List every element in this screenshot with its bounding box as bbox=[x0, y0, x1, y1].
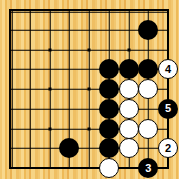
black-stone bbox=[99, 59, 119, 79]
intersection[interactable] bbox=[138, 138, 158, 158]
intersection[interactable]: 3 bbox=[138, 158, 158, 178]
intersection[interactable] bbox=[99, 59, 119, 79]
intersection[interactable] bbox=[158, 0, 178, 20]
intersection[interactable] bbox=[20, 0, 40, 20]
intersection[interactable] bbox=[138, 99, 158, 119]
intersection[interactable] bbox=[99, 20, 119, 40]
intersection[interactable] bbox=[0, 119, 20, 139]
intersection[interactable] bbox=[59, 79, 79, 99]
intersection[interactable] bbox=[40, 79, 60, 99]
white-stone bbox=[119, 79, 139, 99]
white-stone bbox=[119, 99, 139, 119]
intersection[interactable] bbox=[79, 40, 99, 60]
intersection[interactable] bbox=[79, 0, 99, 20]
intersection[interactable] bbox=[40, 158, 60, 178]
intersection[interactable] bbox=[99, 79, 119, 99]
intersection[interactable] bbox=[79, 119, 99, 139]
white-stone-move-4: 4 bbox=[158, 59, 178, 79]
intersection[interactable] bbox=[20, 59, 40, 79]
star-point bbox=[88, 88, 91, 91]
intersection[interactable] bbox=[40, 119, 60, 139]
intersection[interactable] bbox=[0, 158, 20, 178]
intersection[interactable] bbox=[59, 40, 79, 60]
intersection[interactable] bbox=[158, 20, 178, 40]
intersection[interactable] bbox=[20, 138, 40, 158]
intersection[interactable] bbox=[20, 20, 40, 40]
intersection[interactable] bbox=[79, 59, 99, 79]
intersection[interactable] bbox=[158, 158, 178, 178]
intersection[interactable] bbox=[0, 40, 20, 60]
intersection[interactable] bbox=[40, 20, 60, 40]
intersection[interactable] bbox=[59, 138, 79, 158]
black-stone bbox=[99, 99, 119, 119]
intersection[interactable] bbox=[138, 79, 158, 99]
intersection[interactable] bbox=[20, 119, 40, 139]
intersection[interactable] bbox=[20, 79, 40, 99]
white-stone bbox=[138, 79, 158, 99]
black-stone bbox=[138, 59, 158, 79]
intersection[interactable] bbox=[40, 40, 60, 60]
intersection[interactable] bbox=[99, 138, 119, 158]
intersection[interactable] bbox=[40, 99, 60, 119]
white-stone-move-2: 2 bbox=[158, 138, 178, 158]
white-stone bbox=[138, 119, 158, 139]
intersection[interactable] bbox=[158, 79, 178, 99]
black-stone-move-5: 5 bbox=[158, 99, 178, 119]
intersection[interactable] bbox=[40, 138, 60, 158]
intersection[interactable] bbox=[99, 119, 119, 139]
intersection[interactable] bbox=[59, 0, 79, 20]
intersection[interactable] bbox=[0, 0, 20, 20]
intersection[interactable] bbox=[59, 158, 79, 178]
star-point bbox=[48, 48, 51, 51]
intersection[interactable] bbox=[138, 40, 158, 60]
intersection[interactable] bbox=[119, 119, 139, 139]
white-stone bbox=[99, 158, 119, 178]
intersection[interactable] bbox=[40, 0, 60, 20]
intersection[interactable] bbox=[99, 99, 119, 119]
intersection[interactable] bbox=[119, 99, 139, 119]
intersection[interactable] bbox=[0, 20, 20, 40]
intersection[interactable] bbox=[119, 158, 139, 178]
black-stone bbox=[99, 79, 119, 99]
intersection[interactable] bbox=[119, 59, 139, 79]
intersection[interactable] bbox=[138, 0, 158, 20]
white-stone bbox=[119, 119, 139, 139]
star-point bbox=[88, 48, 91, 51]
intersection[interactable] bbox=[20, 158, 40, 178]
intersection[interactable] bbox=[0, 138, 20, 158]
star-point bbox=[48, 127, 51, 130]
white-stone bbox=[119, 138, 139, 158]
go-board-diagram: 4523 bbox=[0, 0, 179, 179]
intersection[interactable] bbox=[0, 79, 20, 99]
intersection[interactable] bbox=[99, 158, 119, 178]
intersection[interactable]: 4 bbox=[158, 59, 178, 79]
intersection[interactable] bbox=[99, 40, 119, 60]
black-stone bbox=[99, 138, 119, 158]
intersection[interactable] bbox=[0, 59, 20, 79]
intersection[interactable] bbox=[79, 138, 99, 158]
intersection[interactable] bbox=[99, 0, 119, 20]
intersection[interactable] bbox=[138, 119, 158, 139]
intersection[interactable] bbox=[59, 119, 79, 139]
intersection[interactable] bbox=[20, 99, 40, 119]
black-stone bbox=[119, 59, 139, 79]
star-point bbox=[88, 127, 91, 130]
intersection[interactable] bbox=[59, 20, 79, 40]
black-stone bbox=[138, 20, 158, 40]
star-point bbox=[127, 48, 130, 51]
intersection[interactable] bbox=[138, 59, 158, 79]
intersection[interactable]: 5 bbox=[158, 99, 178, 119]
intersection[interactable] bbox=[79, 20, 99, 40]
intersection[interactable] bbox=[59, 99, 79, 119]
intersection[interactable] bbox=[79, 79, 99, 99]
black-stone bbox=[99, 119, 119, 139]
black-stone bbox=[59, 138, 79, 158]
intersection[interactable] bbox=[119, 40, 139, 60]
intersection[interactable] bbox=[79, 158, 99, 178]
star-point bbox=[48, 88, 51, 91]
black-stone-move-3: 3 bbox=[138, 158, 158, 178]
intersection[interactable] bbox=[59, 59, 79, 79]
intersection[interactable] bbox=[119, 79, 139, 99]
intersection[interactable]: 2 bbox=[158, 138, 178, 158]
intersection[interactable] bbox=[138, 20, 158, 40]
intersection[interactable] bbox=[158, 119, 178, 139]
intersection[interactable] bbox=[119, 20, 139, 40]
intersection[interactable] bbox=[119, 138, 139, 158]
intersection[interactable] bbox=[79, 99, 99, 119]
intersection[interactable] bbox=[0, 99, 20, 119]
intersection[interactable] bbox=[20, 40, 40, 60]
intersection[interactable] bbox=[40, 59, 60, 79]
intersection[interactable] bbox=[119, 0, 139, 20]
goban: 4523 bbox=[0, 0, 178, 178]
intersection[interactable] bbox=[158, 40, 178, 60]
